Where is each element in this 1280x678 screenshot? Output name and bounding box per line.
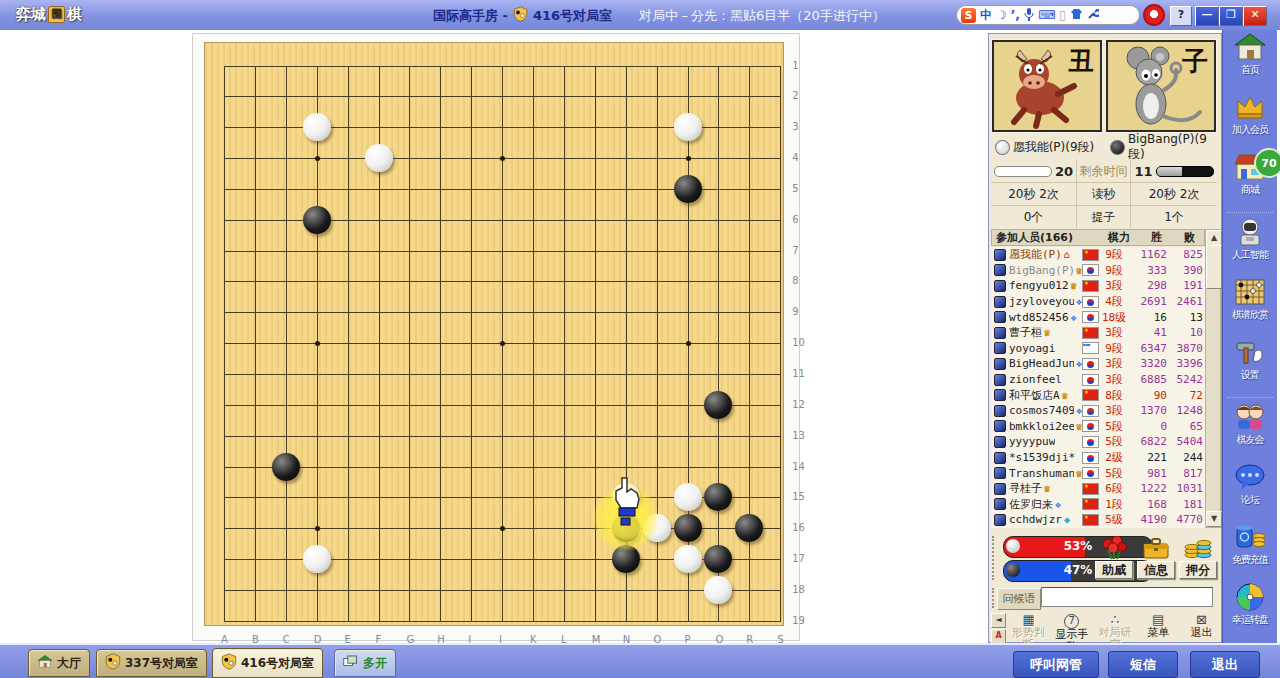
sidebar-badge[interactable]: 70 [1254, 148, 1280, 178]
flag-icon-kr [1082, 436, 1099, 448]
star-point [686, 156, 691, 161]
flag-icon-cn [1082, 249, 1099, 261]
sidebar-item-label: 免费充值 [1223, 553, 1277, 567]
participant-row[interactable]: wtd852456 ❖ 18级 16 13 [991, 309, 1205, 325]
white-stone [674, 483, 702, 511]
logo-tile-icon: 围 [48, 6, 65, 23]
mute-icon[interactable] [994, 389, 1006, 401]
flag-icon-cn [1082, 483, 1099, 495]
participant-row[interactable]: zionfeel 3段 6885 5242 [991, 372, 1205, 388]
white-ball-icon [1006, 539, 1020, 553]
mute-icon[interactable] [994, 483, 1006, 495]
flag-icon-world [1082, 342, 1099, 354]
participant-row[interactable]: 佐罗归来 ❖ 1段 168 181 [991, 497, 1205, 513]
participant-name: 寻桂子 [1009, 481, 1042, 496]
scroll-thumb[interactable] [1206, 245, 1222, 289]
participant-losses: 1031 [1167, 482, 1205, 495]
windows-icon [343, 655, 359, 672]
grid-line-h [224, 374, 781, 375]
flag-icon-kr [1082, 467, 1099, 479]
participant-rank: 3段 [1099, 278, 1129, 293]
participant-row[interactable]: cosmos7409 ❖ 3段 1370 1248 [991, 403, 1205, 419]
black-time-value: 11 [1134, 164, 1152, 179]
tray-red-icon[interactable] [1143, 4, 1165, 26]
app-window: 弈城围棋 国际高手房 - 416号对局室 对局中－分先：黑贴6目半（20手进行中… [0, 0, 1280, 678]
grid-line-v [595, 66, 596, 622]
sidebar-item-forum[interactable]: 论坛 [1223, 460, 1277, 520]
participant-losses: 3870 [1167, 342, 1205, 355]
participant-losses: 72 [1167, 389, 1205, 402]
byoyomi-label: 读秒 [1077, 183, 1131, 206]
mute-icon[interactable] [994, 311, 1006, 323]
minimize-button[interactable]: — [1195, 6, 1219, 26]
row-label: 11 [792, 368, 805, 379]
tab-416号对局室[interactable]: 416号对局室 [212, 648, 323, 678]
sidebar-item-label: 幸运转盘 [1223, 613, 1277, 627]
participant-rank: 1段 [1099, 497, 1129, 512]
game-status: 对局中－分先：黑贴6目半（20手进行中） [639, 7, 885, 25]
participant-wins: 221 [1129, 451, 1167, 464]
participant-rank: 9段 [1099, 247, 1129, 262]
crown-badge-icon: ♛ [1044, 327, 1050, 338]
mute-icon[interactable] [994, 264, 1006, 276]
board-panel: ABCDEFGHIJKLMNOPQRS123456789101112131415… [192, 33, 800, 641]
mute-icon[interactable] [994, 374, 1006, 386]
grid-line-v [718, 66, 719, 622]
room-name: 416号对局室 [533, 7, 612, 25]
ime-skin-icon[interactable] [1070, 8, 1083, 23]
sidebar-item-label: 棋友会 [1223, 433, 1277, 447]
greeting-label[interactable]: 问候语 [997, 588, 1041, 610]
participant-name: wtd852456 [1009, 311, 1069, 324]
participant-row[interactable]: *s1539dji* 2级 221 244 [991, 450, 1205, 466]
wing-badge-icon: ❖ [1071, 312, 1077, 323]
mute-icon[interactable] [994, 498, 1006, 510]
participant-row[interactable]: yoyoagi 9段 6347 3870 [991, 341, 1205, 357]
participant-row[interactable]: fengyu012 ♛ 3段 298 191 [991, 278, 1205, 294]
row-label: 7 [792, 245, 798, 256]
sidebar-item-label: 设置 [1223, 368, 1277, 382]
seven-icon: 7 [1050, 613, 1093, 629]
star-point [500, 526, 505, 531]
participant-rank: 18级 [1099, 310, 1129, 325]
star-point [315, 526, 320, 531]
sidebar-item-friends[interactable]: 棋友会 [1223, 400, 1277, 460]
mute-icon[interactable] [994, 452, 1006, 464]
bottom-taskbar: 大厅 337号对局室 416号对局室 多开 呼叫网管短信退出 [0, 643, 1280, 678]
participant-wins: 4190 [1129, 513, 1167, 526]
flag-icon-kr [1082, 311, 1099, 323]
player-names-row: 愿我能(P)(9段) BigBang(P)(9段) [989, 136, 1221, 158]
black-player-name: BigBang(P)(9段) [1128, 132, 1221, 163]
participant-wins: 1222 [1129, 482, 1167, 495]
participant-row[interactable]: 寻桂子 ♛ 6段 1222 1031 [991, 481, 1205, 497]
ime-mic-icon[interactable] [1024, 7, 1034, 24]
participant-rank: 9段 [1099, 263, 1129, 278]
black-stone [674, 175, 702, 203]
participant-name: cosmos7409 [1009, 404, 1074, 417]
participant-losses: 244 [1167, 451, 1205, 464]
greeting-row: 问候语 [989, 586, 1223, 610]
participant-rank: 3段 [1099, 403, 1129, 418]
room-info: 国际高手房 - 416号对局室 对局中－分先：黑贴6目半（20手进行中） [433, 6, 885, 25]
wing-badge-icon: ❖ [1055, 499, 1061, 510]
participant-name: bmkkloi2ee [1009, 420, 1074, 433]
black-support-pct: 47% [1004, 561, 1152, 580]
tab-大厅[interactable]: 大厅 [28, 649, 90, 677]
participant-losses: 817 [1167, 467, 1205, 480]
row-label: 15 [792, 491, 805, 502]
row-label: 4 [792, 152, 798, 163]
participant-wins: 41 [1129, 326, 1167, 339]
white-support-pct: 53% [1004, 537, 1152, 556]
flag-icon-cn [1082, 389, 1099, 401]
star-point [500, 341, 505, 346]
participant-row[interactable]: bmkkloi2ee ♛ 5段 0 65 [991, 419, 1205, 435]
flag-icon-cn [1082, 514, 1099, 526]
rank-column-header[interactable]: 棋力 [1099, 230, 1139, 245]
participant-losses: 13 [1167, 311, 1205, 324]
participant-row[interactable]: cchdwjzr ◆ 5级 4190 4770 [991, 512, 1205, 528]
sidebar-item-label: 商城 [1223, 183, 1277, 197]
participant-name: cchdwjzr [1009, 513, 1062, 526]
row-label: 16 [792, 522, 805, 533]
mute-icon[interactable] [994, 327, 1006, 339]
sidebar-item-recharge[interactable]: 免费充值 [1223, 520, 1277, 580]
participant-rank: 3段 [1099, 325, 1129, 340]
black-player-avatar: 子 [1106, 40, 1216, 132]
row-label: 10 [792, 337, 805, 348]
ime-wrench-icon[interactable] [1087, 8, 1099, 23]
participant-losses: 65 [1167, 420, 1205, 433]
zodiac-ox-character: 丑 [1068, 44, 1094, 79]
scroll-down-button[interactable]: ▼ [1206, 511, 1222, 527]
stones-icon: ∴ [1093, 613, 1136, 627]
black-captures: 1个 [1131, 206, 1217, 228]
black-stone [735, 514, 763, 542]
flag-icon-kr [1082, 264, 1099, 276]
tab-label: 大厅 [57, 655, 81, 672]
participant-losses: 5404 [1167, 435, 1205, 448]
go-board[interactable]: ABCDEFGHIJKLMNOPQRS123456789101112131415… [204, 42, 784, 626]
black-support-bar: 47% [1003, 560, 1153, 582]
house-badge-icon: ⌂ [1064, 249, 1070, 260]
participants-scrollbar[interactable]: ▲ ▼ [1205, 229, 1221, 528]
participant-losses: 5242 [1167, 373, 1205, 386]
white-stone [674, 113, 702, 141]
star-point [315, 341, 320, 346]
white-stone-icon [995, 140, 1010, 155]
participant-losses: 4770 [1167, 513, 1205, 526]
participant-name: BigHeadJun [1009, 357, 1074, 370]
participant-row[interactable]: Transhuman ♛ 5段 981 817 [991, 465, 1205, 481]
sidebar-item-robot[interactable]: 人工智能 [1223, 215, 1277, 275]
participants-list[interactable]: 愿我能(P) ⌂ 9段 1162 825 BigBang(P) ♛ 9段 333… [991, 247, 1205, 528]
participant-losses: 3396 [1167, 357, 1205, 370]
participant-wins: 6822 [1129, 435, 1167, 448]
app-logo: 弈城围棋 [16, 5, 82, 24]
close-button[interactable]: ✕ [1243, 6, 1267, 26]
participant-name: fengyu012 [1009, 279, 1069, 292]
flag-icon-cn [1082, 280, 1099, 292]
logo-text-2: 棋 [67, 5, 82, 24]
tab-label: 337号对局室 [125, 655, 198, 672]
participant-name: BigBang(P) [1009, 264, 1074, 277]
participant-losses: 10 [1167, 326, 1205, 339]
remaining-time-label: 剩余时间 [1077, 160, 1131, 183]
participant-rank: 3段 [1099, 372, 1129, 387]
grid-line-h [224, 436, 781, 437]
participant-wins: 2691 [1129, 295, 1167, 308]
participant-rank: 5段 [1099, 419, 1129, 434]
sidebar-item-label: 首页 [1223, 63, 1277, 77]
participant-losses: 191 [1167, 279, 1205, 292]
room-label: 国际高手房 - [433, 7, 508, 25]
white-stone [365, 144, 393, 172]
sidebar-item-wheel[interactable]: 幸运转盘 [1223, 580, 1277, 640]
participant-wins: 333 [1129, 264, 1167, 277]
white-stone [303, 113, 331, 141]
white-player-avatar: 丑 [992, 40, 1102, 132]
button-短信[interactable]: 短信 [1108, 651, 1178, 678]
star-point [686, 341, 691, 346]
sidebar-item-label: 人工智能 [1223, 248, 1277, 262]
shield-icon [221, 653, 237, 673]
captures-label: 提子 [1077, 206, 1131, 228]
row-label: 2 [792, 90, 798, 101]
mouse-hand-cursor [608, 476, 644, 529]
sidebar-item-tools[interactable]: 设置 [1223, 335, 1277, 395]
participant-losses: 825 [1167, 248, 1205, 261]
shield-icon [105, 653, 121, 673]
participant-losses: 181 [1167, 498, 1205, 511]
participant-row[interactable]: yyyypuw 5段 6822 5404 [991, 434, 1205, 450]
loss-column-header[interactable]: 败 [1174, 230, 1204, 245]
black-stone [303, 206, 331, 234]
tab-label: 416号对局室 [241, 655, 314, 672]
ime-punctuation-icon[interactable]: ’, [1011, 6, 1020, 24]
participant-wins: 6885 [1129, 373, 1167, 386]
white-support-bar: 53% [1003, 536, 1153, 558]
star-point [315, 156, 320, 161]
sidebar-item-kifu[interactable]: 棋谱欣赏 [1223, 275, 1277, 335]
participant-name: jzyloveyou [1009, 295, 1074, 308]
mute-icon[interactable] [994, 420, 1006, 432]
mute-icon[interactable] [994, 280, 1006, 292]
flag-icon-kr [1082, 358, 1099, 370]
black-stone [674, 514, 702, 542]
white-player-name: 愿我能(P)(9段) [1013, 139, 1105, 156]
betting-block: 53% 47% 助威 信息 押分 [989, 534, 1223, 584]
participant-wins: 1370 [1129, 404, 1167, 417]
sogou-logo-icon[interactable]: S [961, 8, 976, 23]
black-stone [704, 483, 732, 511]
grid-line-h [224, 621, 781, 622]
participant-name: *s1539dji* [1009, 451, 1075, 464]
home-icon [37, 654, 53, 672]
participant-wins: 16 [1129, 311, 1167, 324]
white-time-value: 20 [1055, 164, 1073, 179]
black-time-bar: 11 [1131, 160, 1217, 183]
participant-name: zionfeel [1009, 373, 1062, 386]
participant-rank: 5级 [1099, 512, 1129, 527]
white-time-bar: 20 [991, 160, 1077, 183]
game-info-panel: 丑 子 愿我能(P)(9段) BigBang(P)(9段) [988, 33, 1222, 643]
tab-label: 多开 [363, 655, 387, 672]
flag-icon-cn [1082, 498, 1099, 510]
participant-losses: 1248 [1167, 404, 1205, 417]
titlebar: 弈城围棋 国际高手房 - 416号对局室 对局中－分先：黑贴6目半（20手进行中… [0, 0, 1280, 32]
grid-icon: ▦ [1007, 613, 1050, 627]
row-label: 1 [792, 60, 798, 71]
tab-337号对局室[interactable]: 337号对局室 [96, 649, 207, 677]
sogou-input-bar[interactable]: S 中 ☽ ’, ⌨ ▯ [956, 5, 1140, 25]
participant-wins: 0 [1129, 420, 1167, 433]
flag-icon-kr [1082, 296, 1099, 308]
panel-letter-button[interactable]: A [991, 629, 1006, 644]
button-呼叫网管[interactable]: 呼叫网管 [1013, 651, 1099, 678]
restore-button[interactable]: ❐ [1219, 6, 1243, 26]
grid-line-h [224, 405, 781, 406]
participant-rank: 4段 [1099, 294, 1129, 309]
tab-多开[interactable]: 多开 [334, 649, 396, 677]
crown-badge-icon: ♛ [1062, 390, 1068, 401]
black-progress-bar [1156, 166, 1214, 177]
row-label: 12 [792, 399, 805, 410]
sidebar-item-home[interactable]: 首页 [1223, 30, 1277, 90]
tools-toolbar: ◄A ▦形势判断 7显示手数 ∴对局研究 ▤菜单 ⊠退出 [989, 612, 1223, 642]
mute-icon[interactable] [994, 405, 1006, 417]
participant-wins: 981 [1129, 467, 1167, 480]
win-column-header[interactable]: 胜 [1139, 230, 1175, 245]
flag-icon-kr [1082, 420, 1099, 432]
sidebar-separator [1227, 212, 1273, 213]
logo-text-1: 弈城 [16, 5, 46, 24]
bet-button-label[interactable]: 押分 [1179, 561, 1217, 579]
black-byoyomi: 20秒 2次 [1131, 183, 1217, 206]
crown-badge-icon: ♛ [1071, 280, 1077, 291]
participant-wins: 168 [1129, 498, 1167, 511]
mute-icon[interactable] [994, 514, 1006, 526]
scroll-up-button[interactable]: ▲ [1206, 230, 1222, 246]
participant-name: Transhuman [1009, 467, 1074, 480]
ime-chinese-mode-icon[interactable]: 中 [980, 6, 992, 24]
row-label: 13 [792, 430, 805, 441]
row-label: 5 [792, 183, 798, 194]
participant-losses: 2461 [1167, 295, 1205, 308]
grid-line-v [780, 66, 781, 622]
participant-name: 和平饭店A [1009, 388, 1060, 403]
row-label: 3 [792, 121, 798, 132]
participant-wins: 90 [1129, 389, 1167, 402]
sidebar-item-label: 论坛 [1223, 493, 1277, 507]
participant-losses: 390 [1167, 264, 1205, 277]
star-point [500, 156, 505, 161]
black-stone-icon [1110, 140, 1125, 155]
participant-name: yyyypuw [1009, 435, 1055, 448]
zodiac-rat-character: 子 [1182, 44, 1208, 79]
participant-rank: 5段 [1099, 466, 1129, 481]
row-label: 18 [792, 584, 805, 595]
flag-icon-kr [1082, 405, 1099, 417]
row-label: 6 [792, 214, 798, 225]
mute-icon[interactable] [994, 436, 1006, 448]
grid-line-v [564, 66, 565, 622]
participant-rank: 2级 [1099, 450, 1129, 465]
participant-rank: 3段 [1099, 356, 1129, 371]
sidebar-item-label: 加入会员 [1223, 123, 1277, 137]
black-stone [704, 545, 732, 573]
grid-line-v [533, 66, 534, 622]
row-label: 17 [792, 553, 805, 564]
participants-title: 参加人员(166) [992, 230, 1099, 245]
participant-rank: 8段 [1099, 388, 1129, 403]
participant-name: 曹子桓 [1009, 325, 1042, 340]
button-退出[interactable]: 退出 [1190, 651, 1260, 678]
white-progress-bar [994, 166, 1052, 177]
participant-row[interactable]: BigBang(P) ♛ 9段 333 390 [991, 263, 1205, 279]
collapse-left-button[interactable]: ◄ [991, 613, 1006, 628]
participant-rank: 5段 [1099, 434, 1129, 449]
participant-row[interactable]: 曹子桓 ♛ 3段 41 10 [991, 325, 1205, 341]
row-label: 19 [792, 615, 805, 626]
participant-wins: 1162 [1129, 248, 1167, 261]
row-label: 14 [792, 461, 805, 472]
black-ball-icon [1006, 563, 1020, 577]
participant-row[interactable]: BigHeadJun ❖ 3段 3320 3396 [991, 356, 1205, 372]
timers-block: 20 剩余时间 11 20秒 2次 读秒 20秒 2次 0个 提子 1个 [991, 160, 1219, 226]
mute-icon[interactable] [994, 467, 1006, 479]
diamond-badge-icon: ◆ [1064, 514, 1070, 525]
white-stone [303, 545, 331, 573]
mute-icon[interactable] [994, 342, 1006, 354]
participants-header: 参加人员(166) 棋力 胜 败 [991, 229, 1205, 246]
participant-row[interactable]: jzyloveyou ❖ 4段 2691 2461 [991, 294, 1205, 310]
ime-keyboard-icon[interactable]: ⌨ [1038, 6, 1055, 24]
white-captures: 0个 [991, 206, 1077, 228]
flag-icon-kr [1082, 374, 1099, 386]
help-button[interactable]: ? [1170, 6, 1192, 26]
mute-icon[interactable] [994, 358, 1006, 370]
grid-line-h [224, 590, 781, 591]
participant-row[interactable]: 愿我能(P) ⌂ 9段 1162 825 [991, 247, 1205, 263]
black-stone [272, 453, 300, 481]
crown-badge-icon: ♛ [1044, 483, 1050, 494]
mute-icon[interactable] [994, 296, 1006, 308]
book-icon: ▤ [1137, 613, 1180, 627]
black-stone [704, 391, 732, 419]
flag-icon-cn [1082, 327, 1099, 339]
sidebar-item-crown[interactable]: 加入会员 [1223, 90, 1277, 150]
grid-line-h [224, 467, 781, 468]
sidebar-item-label: 棋谱欣赏 [1223, 308, 1277, 322]
coins-button[interactable]: 押分 [1179, 536, 1217, 580]
close-icon: ⊠ [1180, 613, 1223, 627]
participant-name: 愿我能(P) [1009, 247, 1062, 262]
sidebar-separator [1227, 397, 1273, 398]
participant-rank: 6段 [1099, 481, 1129, 496]
flag-icon-kr [1082, 452, 1099, 464]
participant-name: 佐罗归来 [1009, 497, 1053, 512]
participant-row[interactable]: 和平饭店A ♛ 8段 90 72 [991, 387, 1205, 403]
mute-icon[interactable] [994, 249, 1006, 261]
room-shield-icon [513, 6, 528, 25]
greeting-input[interactable] [1041, 587, 1213, 607]
row-label: 9 [792, 306, 798, 317]
participant-name: yoyoagi [1009, 342, 1055, 355]
ime-halfmoon-icon[interactable]: ☽ [996, 6, 1007, 24]
ime-toolbox-icon[interactable]: ▯ [1059, 6, 1066, 24]
